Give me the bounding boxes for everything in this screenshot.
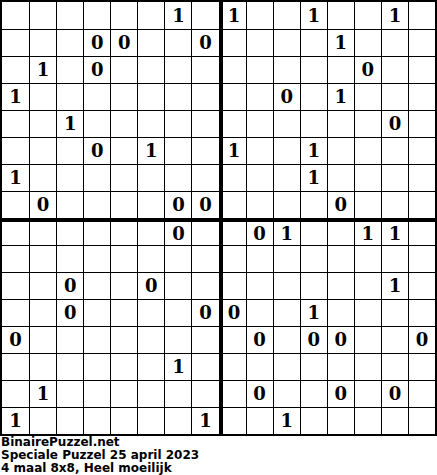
cell-r9c0[interactable] xyxy=(2,245,29,272)
cell-r4c1[interactable] xyxy=(29,110,56,137)
cell-r6c3[interactable] xyxy=(83,164,110,191)
cell-r5c15[interactable] xyxy=(408,137,435,164)
cell-r1c6[interactable] xyxy=(164,29,191,56)
cell-r11c13[interactable] xyxy=(354,299,381,326)
cell-r5c13[interactable] xyxy=(354,137,381,164)
cell-r6c13[interactable] xyxy=(354,164,381,191)
cell-r7c14[interactable] xyxy=(381,191,408,218)
cell-r6c7[interactable] xyxy=(191,164,218,191)
cell-r2c10[interactable] xyxy=(273,56,300,83)
cell-r12c5[interactable] xyxy=(137,326,164,353)
cell-r14c6[interactable] xyxy=(164,380,191,407)
cell-r2c4[interactable] xyxy=(110,56,137,83)
cell-r2c6[interactable] xyxy=(164,56,191,83)
cell-r6c15[interactable] xyxy=(408,164,435,191)
cell-r14c4[interactable] xyxy=(110,380,137,407)
cell-r11c5[interactable] xyxy=(137,299,164,326)
cell-r0c11-given-1: 1 xyxy=(300,2,327,29)
cell-r15c7-given-1: 1 xyxy=(191,407,218,434)
cell-r12c1[interactable] xyxy=(29,326,56,353)
cell-r0c6-given-1: 1 xyxy=(164,2,191,29)
cell-r2c3-given-0: 0 xyxy=(83,56,110,83)
cell-r3c2[interactable] xyxy=(56,83,83,110)
cell-r0c14-given-1: 1 xyxy=(381,2,408,29)
cell-r8c3[interactable] xyxy=(83,218,110,245)
cell-r2c12[interactable] xyxy=(327,56,354,83)
cell-r14c7[interactable] xyxy=(191,380,218,407)
cell-r9c14[interactable] xyxy=(381,245,408,272)
cell-r14c1-given-1: 1 xyxy=(29,380,56,407)
cell-r9c7[interactable] xyxy=(191,245,218,272)
cell-r10c14-given-1: 1 xyxy=(381,272,408,299)
cell-r0c4[interactable] xyxy=(110,2,137,29)
footer: BinairePuzzel.net Speciale Puzzel 25 apr… xyxy=(1,436,437,475)
cell-r5c10[interactable] xyxy=(273,137,300,164)
cell-r14c14-given-0: 0 xyxy=(381,380,408,407)
cell-r3c0-given-1: 1 xyxy=(2,83,29,110)
cell-r2c8[interactable] xyxy=(219,56,246,83)
cell-r14c8[interactable] xyxy=(219,380,246,407)
cell-r10c4[interactable] xyxy=(110,272,137,299)
cell-r1c2[interactable] xyxy=(56,29,83,56)
cell-r4c12[interactable] xyxy=(327,110,354,137)
cell-r7c7-given-0: 0 xyxy=(191,191,218,218)
cell-r6c12[interactable] xyxy=(327,164,354,191)
cell-r10c2-given-0: 0 xyxy=(56,272,83,299)
cell-r6c9[interactable] xyxy=(246,164,273,191)
cell-r12c11-given-0: 0 xyxy=(300,326,327,353)
cell-r0c1[interactable] xyxy=(29,2,56,29)
cell-r15c15[interactable] xyxy=(408,407,435,434)
cell-r4c13[interactable] xyxy=(354,110,381,137)
cell-r9c13[interactable] xyxy=(354,245,381,272)
cell-r7c5[interactable] xyxy=(137,191,164,218)
cell-r14c13[interactable] xyxy=(354,380,381,407)
cell-r11c3[interactable] xyxy=(83,299,110,326)
cell-r9c5[interactable] xyxy=(137,245,164,272)
cell-r14c11[interactable] xyxy=(300,380,327,407)
cell-r7c10[interactable] xyxy=(273,191,300,218)
cell-r7c1-given-0: 0 xyxy=(29,191,56,218)
cell-r12c0-given-0: 0 xyxy=(2,326,29,353)
cell-r6c0-given-1: 1 xyxy=(2,164,29,191)
cell-r10c10[interactable] xyxy=(273,272,300,299)
cell-r5c5-given-1: 1 xyxy=(137,137,164,164)
cell-r5c11-given-1: 1 xyxy=(300,137,327,164)
cell-r10c8[interactable] xyxy=(219,272,246,299)
cell-r9c4[interactable] xyxy=(110,245,137,272)
cell-r1c8[interactable] xyxy=(219,29,246,56)
cell-r4c8[interactable] xyxy=(219,110,246,137)
cell-r13c0[interactable] xyxy=(2,353,29,380)
cell-r13c15[interactable] xyxy=(408,353,435,380)
cell-r10c11[interactable] xyxy=(300,272,327,299)
cell-r15c1[interactable] xyxy=(29,407,56,434)
cell-r0c3[interactable] xyxy=(83,2,110,29)
cell-r4c0[interactable] xyxy=(2,110,29,137)
cell-r2c15[interactable] xyxy=(408,56,435,83)
cell-r9c3[interactable] xyxy=(83,245,110,272)
cell-r14c10[interactable] xyxy=(273,380,300,407)
cell-r14c3[interactable] xyxy=(83,380,110,407)
cell-r7c6-given-0: 0 xyxy=(164,191,191,218)
cell-r7c11[interactable] xyxy=(300,191,327,218)
cell-r4c15[interactable] xyxy=(408,110,435,137)
cell-r13c13[interactable] xyxy=(354,353,381,380)
cell-r5c7[interactable] xyxy=(191,137,218,164)
cell-r14c9-given-0: 0 xyxy=(246,380,273,407)
cell-r9c6[interactable] xyxy=(164,245,191,272)
cell-r8c1[interactable] xyxy=(29,218,56,245)
cell-r6c1[interactable] xyxy=(29,164,56,191)
cell-r10c9[interactable] xyxy=(246,272,273,299)
cell-r15c2[interactable] xyxy=(56,407,83,434)
cell-r13c12[interactable] xyxy=(327,353,354,380)
cell-r10c15[interactable] xyxy=(408,272,435,299)
cell-r4c7[interactable] xyxy=(191,110,218,137)
cell-r6c6[interactable] xyxy=(164,164,191,191)
cell-r5c14[interactable] xyxy=(381,137,408,164)
cell-r15c10-given-1: 1 xyxy=(273,407,300,434)
cell-r8c14-given-1: 1 xyxy=(381,218,408,245)
cell-r3c15[interactable] xyxy=(408,83,435,110)
cell-r5c12[interactable] xyxy=(327,137,354,164)
cell-r10c13[interactable] xyxy=(354,272,381,299)
cell-r13c14[interactable] xyxy=(381,353,408,380)
cell-r13c6-given-1: 1 xyxy=(164,353,191,380)
cell-r13c1[interactable] xyxy=(29,353,56,380)
cell-r3c1[interactable] xyxy=(29,83,56,110)
cell-r2c1-given-1: 1 xyxy=(29,56,56,83)
cell-r3c13[interactable] xyxy=(354,83,381,110)
cell-r5c9[interactable] xyxy=(246,137,273,164)
cell-r5c8-given-1: 1 xyxy=(219,137,246,164)
cell-r9c15[interactable] xyxy=(408,245,435,272)
cell-r11c0[interactable] xyxy=(2,299,29,326)
cell-r12c3[interactable] xyxy=(83,326,110,353)
cell-r15c11[interactable] xyxy=(300,407,327,434)
cell-r2c14[interactable] xyxy=(381,56,408,83)
cell-r12c7[interactable] xyxy=(191,326,218,353)
cell-r4c9[interactable] xyxy=(246,110,273,137)
cell-r0c9[interactable] xyxy=(246,2,273,29)
cell-r13c8[interactable] xyxy=(219,353,246,380)
cell-r11c6[interactable] xyxy=(164,299,191,326)
cell-r15c6[interactable] xyxy=(164,407,191,434)
cell-r7c15[interactable] xyxy=(408,191,435,218)
cell-r9c2[interactable] xyxy=(56,245,83,272)
cell-r2c2[interactable] xyxy=(56,56,83,83)
cell-r5c6[interactable] xyxy=(164,137,191,164)
cell-r0c15[interactable] xyxy=(408,2,435,29)
cell-r10c12[interactable] xyxy=(327,272,354,299)
cell-r12c14[interactable] xyxy=(381,326,408,353)
cell-r11c8-given-0: 0 xyxy=(219,299,246,326)
cell-r13c11[interactable] xyxy=(300,353,327,380)
cell-r1c15[interactable] xyxy=(408,29,435,56)
cell-r2c11[interactable] xyxy=(300,56,327,83)
cell-r1c3-given-0: 0 xyxy=(83,29,110,56)
cell-r15c12[interactable] xyxy=(327,407,354,434)
cell-r7c0[interactable] xyxy=(2,191,29,218)
cell-r4c11[interactable] xyxy=(300,110,327,137)
cell-r8c5[interactable] xyxy=(137,218,164,245)
cell-r8c9-given-0: 0 xyxy=(246,218,273,245)
cell-r15c3[interactable] xyxy=(83,407,110,434)
cell-r15c14[interactable] xyxy=(381,407,408,434)
binary-puzzle-board: 1111000110010110011111000000111001000100… xyxy=(0,0,437,436)
cell-r1c14[interactable] xyxy=(381,29,408,56)
cell-r3c7[interactable] xyxy=(191,83,218,110)
cell-r8c2[interactable] xyxy=(56,218,83,245)
cell-r8c7[interactable] xyxy=(191,218,218,245)
cell-r1c7-given-0: 0 xyxy=(191,29,218,56)
cell-r12c8[interactable] xyxy=(219,326,246,353)
cell-r1c11[interactable] xyxy=(300,29,327,56)
cell-r5c0[interactable] xyxy=(2,137,29,164)
cell-r11c4[interactable] xyxy=(110,299,137,326)
cell-r8c10-given-1: 1 xyxy=(273,218,300,245)
cell-r4c6[interactable] xyxy=(164,110,191,137)
cell-r1c0[interactable] xyxy=(2,29,29,56)
cell-r12c9-given-0: 0 xyxy=(246,326,273,353)
cell-r8c12[interactable] xyxy=(327,218,354,245)
cell-r14c15[interactable] xyxy=(408,380,435,407)
cell-r8c4[interactable] xyxy=(110,218,137,245)
cell-r14c0[interactable] xyxy=(2,380,29,407)
cell-r1c1[interactable] xyxy=(29,29,56,56)
cell-r7c13[interactable] xyxy=(354,191,381,218)
cell-r11c15[interactable] xyxy=(408,299,435,326)
cell-r2c13-given-0: 0 xyxy=(354,56,381,83)
cell-r8c0[interactable] xyxy=(2,218,29,245)
cell-r4c10[interactable] xyxy=(273,110,300,137)
cell-r4c2-given-1: 1 xyxy=(56,110,83,137)
cell-r10c0[interactable] xyxy=(2,272,29,299)
cell-r12c4[interactable] xyxy=(110,326,137,353)
cell-r0c8-given-1: 1 xyxy=(219,2,246,29)
cell-r1c4-given-0: 0 xyxy=(110,29,137,56)
cell-r11c7-given-0: 0 xyxy=(191,299,218,326)
cell-r3c12-given-1: 1 xyxy=(327,83,354,110)
cell-r7c3[interactable] xyxy=(83,191,110,218)
cell-r14c2[interactable] xyxy=(56,380,83,407)
cell-r6c4[interactable] xyxy=(110,164,137,191)
cell-r2c7[interactable] xyxy=(191,56,218,83)
cell-r4c14-given-0: 0 xyxy=(381,110,408,137)
cell-r10c5-given-0: 0 xyxy=(137,272,164,299)
cell-r15c0-given-1: 1 xyxy=(2,407,29,434)
cell-r11c10[interactable] xyxy=(273,299,300,326)
cell-r12c2[interactable] xyxy=(56,326,83,353)
cell-r12c6[interactable] xyxy=(164,326,191,353)
cell-r6c11-given-1: 1 xyxy=(300,164,327,191)
cell-r13c7[interactable] xyxy=(191,353,218,380)
cell-r6c8[interactable] xyxy=(219,164,246,191)
cell-r7c12-given-0: 0 xyxy=(327,191,354,218)
cell-r9c12[interactable] xyxy=(327,245,354,272)
cell-r6c2[interactable] xyxy=(56,164,83,191)
cell-r8c8[interactable] xyxy=(219,218,246,245)
cell-r12c15-given-0: 0 xyxy=(408,326,435,353)
cell-r9c9[interactable] xyxy=(246,245,273,272)
cell-r8c11[interactable] xyxy=(300,218,327,245)
cell-r13c2[interactable] xyxy=(56,353,83,380)
cell-r7c9[interactable] xyxy=(246,191,273,218)
cell-r13c5[interactable] xyxy=(137,353,164,380)
cell-r8c13-given-1: 1 xyxy=(354,218,381,245)
cell-r0c12[interactable] xyxy=(327,2,354,29)
cell-r3c10-given-0: 0 xyxy=(273,83,300,110)
cell-r13c9[interactable] xyxy=(246,353,273,380)
cell-r9c1[interactable] xyxy=(29,245,56,272)
cell-r15c9[interactable] xyxy=(246,407,273,434)
cell-r5c2[interactable] xyxy=(56,137,83,164)
cell-r3c5[interactable] xyxy=(137,83,164,110)
cell-r5c3-given-0: 0 xyxy=(83,137,110,164)
cell-r3c9[interactable] xyxy=(246,83,273,110)
cell-r1c5[interactable] xyxy=(137,29,164,56)
cell-r12c13[interactable] xyxy=(354,326,381,353)
cell-r3c3[interactable] xyxy=(83,83,110,110)
cell-r2c5[interactable] xyxy=(137,56,164,83)
cell-r9c11[interactable] xyxy=(300,245,327,272)
cell-r3c11[interactable] xyxy=(300,83,327,110)
cell-r3c6[interactable] xyxy=(164,83,191,110)
cell-r11c9[interactable] xyxy=(246,299,273,326)
cell-r15c4[interactable] xyxy=(110,407,137,434)
cell-r8c15[interactable] xyxy=(408,218,435,245)
cell-r5c1[interactable] xyxy=(29,137,56,164)
cell-r13c4[interactable] xyxy=(110,353,137,380)
cell-r5c4[interactable] xyxy=(110,137,137,164)
cell-r11c14[interactable] xyxy=(381,299,408,326)
cell-r3c4[interactable] xyxy=(110,83,137,110)
cell-r10c6[interactable] xyxy=(164,272,191,299)
cell-r11c1[interactable] xyxy=(29,299,56,326)
cell-r4c4[interactable] xyxy=(110,110,137,137)
cell-r1c9[interactable] xyxy=(246,29,273,56)
cell-r2c0[interactable] xyxy=(2,56,29,83)
puzzle-subtitle: 4 maal 8x8, Heel moeilijk xyxy=(1,462,437,475)
cell-r7c8[interactable] xyxy=(219,191,246,218)
cell-r0c5[interactable] xyxy=(137,2,164,29)
cell-r8c6-given-0: 0 xyxy=(164,218,191,245)
cell-r2c9[interactable] xyxy=(246,56,273,83)
cell-r3c14[interactable] xyxy=(381,83,408,110)
cell-r0c2[interactable] xyxy=(56,2,83,29)
cell-r3c8[interactable] xyxy=(219,83,246,110)
cell-r1c10[interactable] xyxy=(273,29,300,56)
cell-r10c3[interactable] xyxy=(83,272,110,299)
cell-r11c2-given-0: 0 xyxy=(56,299,83,326)
cell-r6c14[interactable] xyxy=(381,164,408,191)
cell-r14c5[interactable] xyxy=(137,380,164,407)
cell-r12c10[interactable] xyxy=(273,326,300,353)
cell-r0c13[interactable] xyxy=(354,2,381,29)
cell-r13c10[interactable] xyxy=(273,353,300,380)
cell-r14c12-given-0: 0 xyxy=(327,380,354,407)
cell-r15c13[interactable] xyxy=(354,407,381,434)
cell-r9c8[interactable] xyxy=(219,245,246,272)
cell-r7c4[interactable] xyxy=(110,191,137,218)
cell-r11c11-given-1: 1 xyxy=(300,299,327,326)
cell-r9c10[interactable] xyxy=(273,245,300,272)
cell-r1c12-given-1: 1 xyxy=(327,29,354,56)
cell-r6c10[interactable] xyxy=(273,164,300,191)
cell-r0c10[interactable] xyxy=(273,2,300,29)
cell-r10c7[interactable] xyxy=(191,272,218,299)
cell-r7c2[interactable] xyxy=(56,191,83,218)
cell-r15c8[interactable] xyxy=(219,407,246,434)
cell-r1c13[interactable] xyxy=(354,29,381,56)
cell-r15c5[interactable] xyxy=(137,407,164,434)
cell-r0c0[interactable] xyxy=(2,2,29,29)
cell-r4c5[interactable] xyxy=(137,110,164,137)
cell-r4c3[interactable] xyxy=(83,110,110,137)
cell-r10c1[interactable] xyxy=(29,272,56,299)
cell-r0c7[interactable] xyxy=(191,2,218,29)
cell-r6c5[interactable] xyxy=(137,164,164,191)
cell-r12c12-given-0: 0 xyxy=(327,326,354,353)
cell-r13c3[interactable] xyxy=(83,353,110,380)
cell-r11c12[interactable] xyxy=(327,299,354,326)
